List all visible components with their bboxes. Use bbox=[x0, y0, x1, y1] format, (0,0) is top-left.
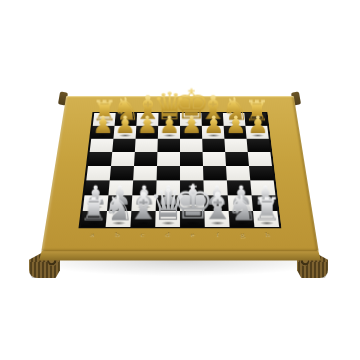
file-label-c: c bbox=[130, 229, 155, 238]
piece-silver-n-b1: ♞ bbox=[106, 211, 132, 227]
gold-p-glyph: ♟ bbox=[114, 114, 136, 137]
gold-p-glyph: ♟ bbox=[158, 114, 180, 137]
piece-gold-p-e7: ♟ bbox=[180, 126, 202, 139]
silver-r-glyph: ♜ bbox=[252, 194, 281, 225]
file-label-f: f bbox=[205, 229, 230, 238]
square-e5 bbox=[180, 152, 203, 166]
silver-r-glyph: ♜ bbox=[79, 194, 108, 225]
file-coordinates: abcdefgh bbox=[79, 229, 280, 238]
square-b4 bbox=[110, 166, 134, 180]
piece-gold-p-a7: ♟ bbox=[91, 126, 114, 139]
square-h6 bbox=[247, 139, 271, 152]
piece-silver-r-a1: ♜ bbox=[81, 211, 107, 227]
square-h5 bbox=[248, 152, 272, 166]
square-c5 bbox=[134, 152, 157, 166]
square-f6 bbox=[202, 139, 225, 152]
piece-silver-n-g1: ♞ bbox=[229, 211, 255, 227]
gold-p-glyph: ♟ bbox=[180, 114, 202, 137]
file-label-d: d bbox=[155, 229, 180, 238]
gold-p-glyph: ♟ bbox=[92, 114, 114, 137]
file-label-e: e bbox=[180, 229, 205, 238]
square-g5 bbox=[225, 152, 249, 166]
square-a4 bbox=[86, 166, 111, 180]
gold-p-glyph: ♟ bbox=[202, 114, 224, 137]
square-a5 bbox=[88, 152, 112, 166]
square-f5 bbox=[203, 152, 226, 166]
square-d6 bbox=[157, 139, 180, 152]
chess-set-photo: abcdefgh ♜♞♝♛♚♝♞♜♟♟♟♟♟♟♟♟♟♟♟♟♟♟♟♟♜♞♝♛♚♝♞… bbox=[0, 0, 360, 360]
piece-gold-p-h7: ♟ bbox=[245, 126, 268, 139]
square-c4 bbox=[133, 166, 157, 180]
gold-p-glyph: ♟ bbox=[136, 114, 158, 137]
square-a6 bbox=[90, 139, 114, 152]
piece-gold-p-b7: ♟ bbox=[113, 126, 136, 139]
square-b5 bbox=[111, 152, 135, 166]
gold-p-glyph: ♟ bbox=[225, 114, 247, 137]
square-e6 bbox=[180, 139, 203, 152]
file-label-g: g bbox=[230, 229, 256, 238]
piece-silver-r-h1: ♜ bbox=[253, 211, 279, 227]
chess-board: abcdefgh ♜♞♝♛♚♝♞♜♟♟♟♟♟♟♟♟♟♟♟♟♟♟♟♟♜♞♝♛♚♝♞… bbox=[41, 96, 318, 251]
piece-gold-p-g7: ♟ bbox=[224, 126, 247, 139]
piece-gold-p-f7: ♟ bbox=[202, 126, 225, 139]
square-g4 bbox=[226, 166, 250, 180]
file-label-a: a bbox=[79, 229, 105, 238]
piece-gold-p-d7: ♟ bbox=[158, 126, 180, 139]
square-d5 bbox=[157, 152, 180, 166]
piece-gold-p-c7: ♟ bbox=[136, 126, 159, 139]
square-h4 bbox=[249, 166, 274, 180]
board-front-edge bbox=[39, 251, 321, 261]
square-c6 bbox=[135, 139, 158, 152]
gold-p-glyph: ♟ bbox=[247, 114, 269, 137]
file-label-b: b bbox=[105, 229, 131, 238]
square-b6 bbox=[112, 139, 135, 152]
file-label-h: h bbox=[255, 229, 281, 238]
square-g6 bbox=[224, 139, 247, 152]
